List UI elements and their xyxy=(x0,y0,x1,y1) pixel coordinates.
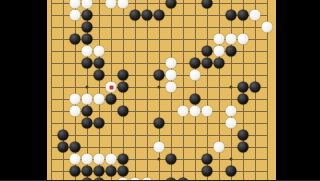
white-stone xyxy=(166,70,177,81)
black-stone xyxy=(238,82,249,93)
black-stone xyxy=(82,34,93,45)
black-stone xyxy=(118,106,129,117)
white-stone xyxy=(214,46,225,57)
white-stone xyxy=(94,46,105,57)
star-point xyxy=(158,86,161,89)
black-stone xyxy=(166,0,177,9)
grid-line-vertical xyxy=(183,0,184,180)
letterbox-right-bar xyxy=(276,0,320,180)
black-stone xyxy=(154,10,165,21)
black-stone xyxy=(70,166,81,177)
black-stone xyxy=(82,58,93,69)
white-stone xyxy=(70,10,81,21)
black-stone xyxy=(94,70,105,81)
black-stone xyxy=(118,82,129,93)
last-move-marker-icon xyxy=(109,85,113,89)
white-stone xyxy=(202,106,213,117)
black-stone xyxy=(226,10,237,21)
white-stone xyxy=(262,22,273,33)
star-point xyxy=(230,158,233,161)
black-stone xyxy=(190,58,201,69)
black-stone xyxy=(226,46,237,57)
white-stone xyxy=(130,178,141,181)
black-stone xyxy=(130,10,141,21)
white-stone xyxy=(106,0,117,9)
black-stone xyxy=(82,118,93,129)
black-stone xyxy=(202,0,213,9)
white-stone xyxy=(190,70,201,81)
white-stone xyxy=(214,34,225,45)
white-stone xyxy=(82,154,93,165)
black-stone xyxy=(238,10,249,21)
white-stone xyxy=(70,0,81,9)
black-stone xyxy=(82,10,93,21)
white-stone xyxy=(214,142,225,153)
black-stone xyxy=(58,130,69,141)
black-stone xyxy=(118,70,129,81)
black-stone xyxy=(190,94,201,105)
black-stone xyxy=(202,154,213,165)
black-stone xyxy=(58,142,69,153)
black-stone xyxy=(82,22,93,33)
white-stone xyxy=(226,34,237,45)
black-stone xyxy=(94,166,105,177)
black-stone xyxy=(166,154,177,165)
black-stone xyxy=(166,178,177,181)
black-stone xyxy=(238,130,249,141)
grid-line-horizontal xyxy=(51,135,268,136)
star-point xyxy=(158,158,161,161)
black-stone xyxy=(154,70,165,81)
white-stone xyxy=(142,178,153,181)
star-point xyxy=(86,86,89,89)
black-stone xyxy=(142,10,153,21)
grid-line-vertical xyxy=(195,0,196,180)
white-stone xyxy=(166,82,177,93)
video-frame xyxy=(0,0,320,180)
white-stone xyxy=(226,118,237,129)
white-stone xyxy=(190,106,201,117)
black-stone xyxy=(94,178,105,181)
white-stone xyxy=(70,154,81,165)
white-stone xyxy=(226,106,237,117)
letterbox-left-bar xyxy=(0,0,47,180)
black-stone xyxy=(94,58,105,69)
white-stone xyxy=(118,178,129,181)
white-stone xyxy=(82,94,93,105)
go-board[interactable] xyxy=(47,0,276,180)
black-stone xyxy=(226,166,237,177)
black-stone xyxy=(70,34,81,45)
white-stone xyxy=(82,0,93,9)
white-stone xyxy=(94,154,105,165)
grid-line-vertical xyxy=(159,0,160,180)
white-stone xyxy=(250,10,261,21)
grid-line-vertical xyxy=(135,0,136,180)
black-stone xyxy=(154,118,165,129)
star-point xyxy=(230,86,233,89)
black-stone xyxy=(118,154,129,165)
white-stone xyxy=(178,106,189,117)
black-stone xyxy=(82,178,93,181)
black-stone xyxy=(202,58,213,69)
black-stone xyxy=(202,46,213,57)
grid-line-vertical xyxy=(231,0,232,180)
black-stone xyxy=(118,166,129,177)
grid-line-vertical xyxy=(147,0,148,180)
white-stone xyxy=(82,46,93,57)
black-stone xyxy=(106,166,117,177)
white-stone xyxy=(118,0,129,9)
grid-line-vertical xyxy=(219,0,220,180)
black-stone xyxy=(214,58,225,69)
white-stone xyxy=(154,142,165,153)
black-stone xyxy=(106,94,117,105)
black-stone xyxy=(82,166,93,177)
white-stone xyxy=(70,94,81,105)
white-stone xyxy=(238,34,249,45)
white-stone xyxy=(106,154,117,165)
white-stone xyxy=(166,58,177,69)
black-stone xyxy=(70,142,81,153)
black-stone xyxy=(82,106,93,117)
white-stone xyxy=(70,106,81,117)
white-stone xyxy=(94,94,105,105)
black-stone xyxy=(202,166,213,177)
black-stone xyxy=(238,142,249,153)
white-stone-last-move xyxy=(106,82,117,93)
black-stone xyxy=(238,94,249,105)
black-stone xyxy=(250,82,261,93)
black-stone xyxy=(94,118,105,129)
black-stone xyxy=(178,178,189,181)
